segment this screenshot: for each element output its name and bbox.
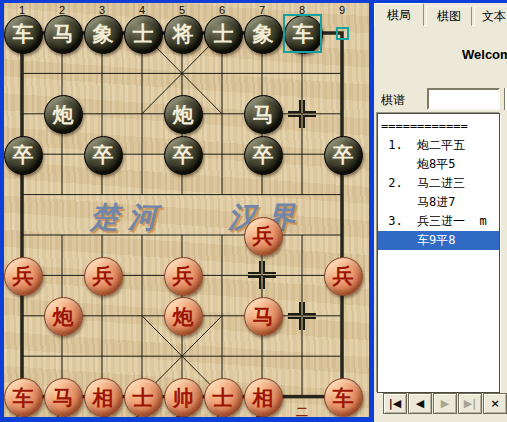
move-item[interactable]: 马8进7 — [378, 193, 499, 212]
red-elephant-piece[interactable]: 相 — [84, 378, 123, 417]
black-elephant-piece[interactable]: 象 — [84, 15, 123, 54]
red-soldier-piece[interactable]: 兵 — [164, 257, 203, 296]
first-move-button[interactable]: |◀ — [383, 393, 407, 414]
red-general-piece[interactable]: 帅 — [164, 378, 203, 417]
xiangqi-app-window: 楚河 汉界 123456789九八七六五四三二一车马象士将士象车炮炮马卒卒卒卒卒… — [0, 0, 507, 422]
black-elephant-piece[interactable]: 象 — [244, 15, 283, 54]
window-frame-bottom — [0, 417, 374, 422]
black-chariot-piece[interactable]: 车 — [4, 15, 43, 54]
side-panel: 棋局棋图文本 Welcome 棋谱 ============ 1. 炮二平五 炮… — [374, 3, 507, 422]
tab-board[interactable]: 棋局 — [374, 3, 424, 26]
move-item[interactable]: 1. 炮二平五 — [378, 136, 499, 155]
red-chariot-piece[interactable]: 车 — [4, 378, 43, 417]
black-horse-piece[interactable]: 马 — [244, 95, 283, 134]
red-horse-piece[interactable]: 马 — [244, 297, 283, 336]
red-cannon-piece[interactable]: 炮 — [164, 297, 203, 336]
black-soldier-piece[interactable]: 卒 — [244, 136, 283, 175]
kifu-label: 棋谱 — [381, 92, 405, 109]
move-item[interactable]: 2. 马二进三 — [378, 174, 499, 193]
black-soldier-piece[interactable]: 卒 — [164, 136, 203, 175]
board-grid — [4, 3, 369, 417]
move-item-selected[interactable]: 车9平8 — [378, 231, 499, 250]
last-move-button[interactable]: ▶| — [458, 393, 482, 414]
red-chariot-piece[interactable]: 车 — [324, 378, 363, 417]
red-advisor-piece[interactable]: 士 — [204, 378, 243, 417]
move-origin-cross-marker — [287, 301, 317, 331]
black-cannon-piece[interactable]: 炮 — [44, 95, 83, 134]
last-move-destination-marker — [283, 14, 322, 53]
black-general-piece[interactable]: 将 — [164, 15, 203, 54]
black-advisor-piece[interactable]: 士 — [124, 15, 163, 54]
last-move-origin-marker — [336, 27, 349, 40]
red-soldier-piece[interactable]: 兵 — [4, 257, 43, 296]
red-horse-piece[interactable]: 马 — [44, 378, 83, 417]
red-cannon-piece[interactable]: 炮 — [44, 297, 83, 336]
black-advisor-piece[interactable]: 士 — [204, 15, 243, 54]
move-item[interactable]: ============ — [378, 117, 499, 136]
red-elephant-piece[interactable]: 相 — [244, 378, 283, 417]
window-frame-left — [0, 0, 4, 422]
red-soldier-piece[interactable]: 兵 — [84, 257, 123, 296]
window-frame-top — [0, 0, 507, 3]
red-soldier-piece[interactable]: 兵 — [244, 217, 283, 256]
black-cannon-piece[interactable]: 炮 — [164, 95, 203, 134]
black-soldier-piece[interactable]: 卒 — [84, 136, 123, 175]
move-item[interactable]: 3. 兵三进一 m — [378, 212, 499, 231]
red-advisor-piece[interactable]: 士 — [124, 378, 163, 417]
move-origin-cross-marker — [287, 99, 317, 129]
file-label-top-9: 9 — [332, 4, 352, 16]
river-label-chuhe: 楚河 — [90, 198, 166, 238]
tab-text[interactable]: 文本 — [474, 6, 507, 26]
prev-move-button[interactable]: ◀ — [408, 393, 432, 414]
kifu-input[interactable] — [427, 88, 500, 110]
move-list[interactable]: ============ 1. 炮二平五 炮8平5 2. 马二进三 马8进7 3… — [377, 113, 500, 393]
red-soldier-piece[interactable]: 兵 — [324, 257, 363, 296]
welcome-marquee: Welcome — [462, 47, 507, 63]
file-label-bottom-8: 二 — [291, 404, 313, 417]
xiangqi-board[interactable]: 楚河 汉界 123456789九八七六五四三二一车马象士将士象车炮炮马卒卒卒卒卒… — [4, 3, 369, 417]
tab-diagram[interactable]: 棋图 — [426, 6, 472, 26]
close-button[interactable]: × — [483, 393, 507, 414]
black-horse-piece[interactable]: 马 — [44, 15, 83, 54]
black-soldier-piece[interactable]: 卒 — [324, 136, 363, 175]
move-origin-cross-marker — [247, 260, 277, 290]
black-soldier-piece[interactable]: 卒 — [4, 136, 43, 175]
next-move-button[interactable]: ▶ — [433, 393, 457, 414]
window-frame-divider — [369, 0, 374, 422]
move-item[interactable]: 炮8平5 — [378, 155, 499, 174]
